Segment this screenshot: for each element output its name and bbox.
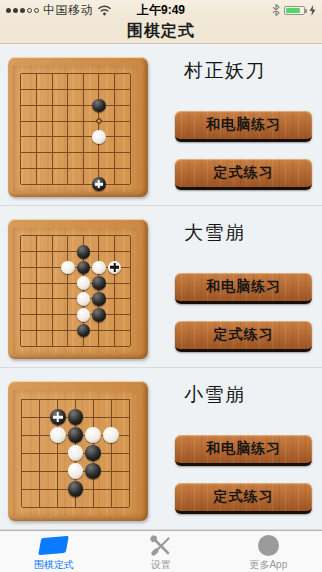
board-intersection [102, 408, 120, 426]
board-intersection [91, 291, 107, 307]
tab-joseki[interactable]: 围棋定式 [0, 531, 107, 572]
board-intersection [120, 426, 138, 444]
black-stone [77, 324, 91, 338]
board-intersection [120, 498, 138, 516]
board-intersection [49, 498, 67, 516]
joseki-practice-button[interactable]: 定式练习 [175, 159, 312, 190]
white-stone [68, 463, 84, 479]
board-intersection [13, 480, 31, 498]
board-intersection [44, 82, 60, 98]
board-intersection [91, 66, 107, 82]
joseki-title: 大雪崩 [175, 220, 313, 246]
board-intersection [67, 390, 85, 408]
board-intersection [29, 323, 45, 339]
black-stone [68, 427, 84, 443]
page-title: 围棋定式 [127, 21, 195, 42]
board-intersection [91, 113, 107, 129]
board-intersection [60, 338, 76, 354]
board-intersection [29, 161, 45, 177]
board-intersection [76, 338, 92, 354]
board-intersection [60, 275, 76, 291]
board-intersection [29, 244, 45, 260]
go-board-grid [13, 66, 138, 192]
tab-label: 更多App [249, 558, 287, 572]
board-intersection [76, 323, 92, 339]
board-intersection [107, 228, 123, 244]
board-intersection [13, 161, 29, 177]
board-intersection [120, 462, 138, 480]
board-intersection [13, 338, 29, 354]
white-stone [92, 261, 106, 275]
board-intersection [122, 98, 138, 114]
board-intersection [44, 260, 60, 276]
board-intersection [49, 408, 67, 426]
board-intersection [44, 307, 60, 323]
board-intersection [107, 307, 123, 323]
white-stone [77, 308, 91, 322]
last-move-cross-marker [92, 177, 106, 191]
board-intersection [60, 145, 76, 161]
board-intersection [29, 228, 45, 244]
board-intersection [91, 82, 107, 98]
board-intersection [13, 145, 29, 161]
board-intersection [120, 408, 138, 426]
go-board [8, 381, 148, 521]
board-intersection [67, 426, 85, 444]
board-intersection [76, 66, 92, 82]
board-intersection [76, 275, 92, 291]
board-intersection [84, 390, 102, 408]
board-intersection [122, 307, 138, 323]
board-intersection [84, 444, 102, 462]
board-intersection [44, 176, 60, 192]
practice-with-computer-button[interactable]: 和电脑练习 [175, 435, 312, 466]
board-intersection [76, 291, 92, 307]
board-intersection [31, 390, 49, 408]
tab-label: 设置 [151, 558, 171, 572]
board-intersection [122, 244, 138, 260]
board-intersection [122, 323, 138, 339]
board-intersection [76, 161, 92, 177]
board-intersection [122, 176, 138, 192]
board-intersection [84, 462, 102, 480]
board-intersection [102, 462, 120, 480]
board-intersection [91, 323, 107, 339]
board-intersection [29, 260, 45, 276]
board-intersection [67, 498, 85, 516]
board-intersection [91, 98, 107, 114]
board-intersection [49, 444, 67, 462]
board-intersection [13, 444, 31, 462]
board-intersection [44, 66, 60, 82]
board-intersection [60, 82, 76, 98]
board-intersection [122, 145, 138, 161]
battery-icon [284, 6, 305, 15]
board-intersection [13, 498, 31, 516]
board-intersection [67, 408, 85, 426]
board-intersection [60, 66, 76, 82]
board-intersection [29, 275, 45, 291]
board-intersection [44, 323, 60, 339]
board-intersection [29, 291, 45, 307]
white-stone [77, 292, 91, 306]
board-intersection [13, 129, 29, 145]
board-intersection [122, 66, 138, 82]
board-intersection [44, 228, 60, 244]
black-stone [92, 276, 106, 290]
board-intersection [44, 291, 60, 307]
board-intersection [29, 129, 45, 145]
board-intersection [91, 228, 107, 244]
board-intersection [107, 176, 123, 192]
board-intersection [122, 338, 138, 354]
board-intersection [76, 244, 92, 260]
white-stone [61, 261, 75, 275]
white-stone [68, 445, 84, 461]
board-intersection [107, 260, 123, 276]
joseki-title: 小雪崩 [175, 382, 313, 408]
board-intersection [29, 98, 45, 114]
board-intersection [107, 98, 123, 114]
board-intersection [49, 426, 67, 444]
board-intersection [107, 161, 123, 177]
board-intersection [107, 82, 123, 98]
board-intersection [13, 462, 31, 480]
board-intersection [122, 82, 138, 98]
board-intersection [29, 82, 45, 98]
board-intersection [31, 426, 49, 444]
go-board [8, 219, 148, 359]
board-intersection [91, 307, 107, 323]
board-intersection [44, 98, 60, 114]
board-intersection [84, 408, 102, 426]
board-intersection [107, 66, 123, 82]
board-intersection [120, 444, 138, 462]
board-intersection [60, 244, 76, 260]
board-intersection [13, 113, 29, 129]
app-screen: 中国移动 上午9:49 围棋定式 村正妖刀 和电脑练习 [0, 0, 322, 572]
nav-bar: 围棋定式 [0, 20, 322, 44]
board-intersection [31, 462, 49, 480]
board-intersection [91, 176, 107, 192]
board-intersection [107, 113, 123, 129]
board-intersection [91, 145, 107, 161]
joseki-list-item: 大雪崩 和电脑练习 定式练习 [0, 206, 322, 368]
board-intersection [31, 498, 49, 516]
board-intersection [29, 307, 45, 323]
board-intersection [49, 480, 67, 498]
white-stone [92, 130, 106, 144]
black-stone [92, 292, 106, 306]
board-intersection [60, 307, 76, 323]
board-intersection [91, 244, 107, 260]
board-intersection [120, 390, 138, 408]
board-intersection [122, 129, 138, 145]
board-intersection [60, 291, 76, 307]
board-intersection [44, 275, 60, 291]
board-intersection [76, 307, 92, 323]
board-intersection [91, 260, 107, 276]
board-intersection [76, 176, 92, 192]
board-intersection [44, 244, 60, 260]
board-intersection [60, 161, 76, 177]
board-intersection [91, 338, 107, 354]
black-stone [85, 445, 101, 461]
board-intersection [44, 338, 60, 354]
board-intersection [13, 98, 29, 114]
board-intersection [13, 291, 29, 307]
tab-more-apps[interactable]: 更多App [215, 531, 322, 572]
last-move-cross-marker [108, 261, 122, 275]
white-stone [108, 261, 122, 275]
board-intersection [60, 323, 76, 339]
board-intersection [67, 462, 85, 480]
joseki-title: 村正妖刀 [175, 58, 313, 84]
board-intersection [44, 113, 60, 129]
black-stone [68, 409, 84, 425]
board-intersection [84, 426, 102, 444]
board-intersection [107, 244, 123, 260]
board-intersection [107, 338, 123, 354]
go-board-icon [38, 536, 69, 555]
board-intersection [122, 161, 138, 177]
board-intersection [107, 275, 123, 291]
black-stone [77, 261, 91, 275]
board-intersection [29, 66, 45, 82]
item-info: 小雪崩 和电脑练习 定式练习 [175, 368, 313, 529]
tools-icon [149, 534, 173, 557]
board-intersection [102, 444, 120, 462]
board-intersection [13, 260, 29, 276]
board-intersection [29, 145, 45, 161]
board-intersection [31, 408, 49, 426]
white-stone [85, 427, 101, 443]
item-info: 大雪崩 和电脑练习 定式练习 [175, 206, 313, 367]
go-board [8, 57, 148, 197]
board-intersection [13, 408, 31, 426]
board-intersection [44, 145, 60, 161]
board-intersection [60, 260, 76, 276]
tab-settings[interactable]: 设置 [107, 531, 214, 572]
joseki-practice-button[interactable]: 定式练习 [175, 483, 312, 514]
black-stone [85, 463, 101, 479]
board-intersection [76, 98, 92, 114]
board-intersection [76, 228, 92, 244]
board-intersection [107, 291, 123, 307]
board-intersection [102, 426, 120, 444]
go-board-grid [13, 390, 138, 516]
board-intersection [67, 444, 85, 462]
board-intersection [84, 480, 102, 498]
white-stone [50, 427, 66, 443]
board-intersection [107, 129, 123, 145]
board-intersection [67, 480, 85, 498]
white-stone [77, 276, 91, 290]
board-intersection [49, 462, 67, 480]
board-intersection [13, 390, 31, 408]
board-intersection [107, 323, 123, 339]
board-intersection [13, 82, 29, 98]
board-intersection [84, 498, 102, 516]
board-intersection [13, 66, 29, 82]
board-intersection [91, 129, 107, 145]
tab-bar: 围棋定式 设置 更多App [0, 530, 322, 572]
board-intersection [13, 228, 29, 244]
status-bar: 中国移动 上午9:49 [0, 0, 322, 20]
board-intersection [60, 228, 76, 244]
black-stone [92, 99, 106, 113]
black-stone [92, 177, 106, 191]
board-intersection [60, 176, 76, 192]
board-intersection [49, 390, 67, 408]
board-intersection [76, 145, 92, 161]
board-intersection [13, 244, 29, 260]
board-intersection [91, 161, 107, 177]
star-point-marker [95, 118, 102, 125]
board-intersection [107, 145, 123, 161]
board-intersection [122, 228, 138, 244]
board-intersection [76, 129, 92, 145]
item-info: 村正妖刀 和电脑练习 定式练习 [175, 44, 313, 205]
joseki-list-item: 小雪崩 和电脑练习 定式练习 [0, 368, 322, 530]
board-intersection [31, 444, 49, 462]
board-intersection [76, 113, 92, 129]
board-intersection [122, 260, 138, 276]
board-intersection [60, 113, 76, 129]
board-intersection [13, 275, 29, 291]
board-intersection [44, 129, 60, 145]
board-intersection [31, 480, 49, 498]
board-intersection [120, 480, 138, 498]
board-intersection [102, 390, 120, 408]
board-intersection [13, 176, 29, 192]
black-stone [77, 245, 91, 259]
board-intersection [29, 113, 45, 129]
clock: 上午9:49 [0, 2, 322, 19]
last-move-cross-marker [50, 409, 66, 425]
practice-with-computer-button[interactable]: 和电脑练习 [175, 273, 312, 304]
black-stone [50, 409, 66, 425]
board-intersection [13, 426, 31, 444]
joseki-list-item: 村正妖刀 和电脑练习 定式练习 [0, 44, 322, 206]
board-intersection [76, 260, 92, 276]
tab-label: 围棋定式 [34, 558, 74, 572]
board-intersection [102, 480, 120, 498]
board-intersection [13, 307, 29, 323]
board-intersection [29, 176, 45, 192]
joseki-practice-button[interactable]: 定式练习 [175, 321, 312, 352]
board-intersection [102, 498, 120, 516]
practice-with-computer-button[interactable]: 和电脑练习 [175, 111, 312, 142]
board-intersection [29, 338, 45, 354]
go-board-grid [13, 228, 138, 354]
black-stone [68, 481, 84, 497]
circle-icon [258, 535, 279, 556]
board-intersection [76, 82, 92, 98]
board-intersection [91, 275, 107, 291]
board-intersection [122, 291, 138, 307]
board-intersection [60, 129, 76, 145]
board-intersection [13, 323, 29, 339]
black-stone [92, 308, 106, 322]
board-intersection [60, 98, 76, 114]
white-stone [103, 427, 119, 443]
board-intersection [44, 161, 60, 177]
board-intersection [122, 113, 138, 129]
board-intersection [122, 275, 138, 291]
